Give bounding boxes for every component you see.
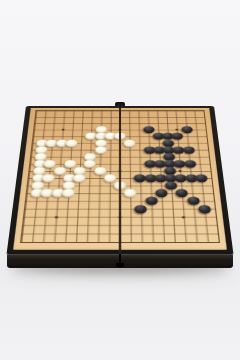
stone-white[interactable] — [44, 160, 57, 168]
stone-white[interactable] — [65, 139, 77, 146]
stone-black[interactable] — [181, 126, 193, 133]
stone-white[interactable] — [124, 139, 136, 146]
stone-white[interactable] — [62, 189, 75, 197]
hoshi-point — [61, 129, 64, 131]
stone-white[interactable] — [73, 174, 86, 182]
stone-white[interactable] — [42, 174, 55, 182]
photo-background — [0, 0, 240, 360]
stone-white[interactable] — [53, 167, 66, 175]
stone-black[interactable] — [198, 205, 211, 214]
stone-white[interactable] — [84, 160, 96, 168]
stone-black[interactable] — [187, 197, 200, 205]
stone-white[interactable] — [94, 146, 106, 153]
stone-black[interactable] — [155, 189, 168, 197]
hoshi-point — [176, 129, 179, 131]
stone-black[interactable] — [183, 160, 196, 168]
stone-white[interactable] — [94, 167, 106, 175]
stone-black[interactable] — [172, 133, 184, 140]
stone-black[interactable] — [145, 197, 158, 205]
stone-black[interactable] — [176, 189, 189, 197]
stone-white[interactable] — [124, 189, 136, 197]
stone-black[interactable] — [182, 146, 194, 153]
go-board — [6, 106, 233, 255]
stone-white[interactable] — [64, 160, 76, 168]
latch-icon — [116, 263, 124, 267]
hoshi-point — [182, 216, 186, 218]
stone-white[interactable] — [104, 174, 116, 182]
stone-black[interactable] — [165, 182, 178, 190]
hoshi-point — [54, 216, 58, 218]
hoshi-point — [179, 170, 182, 172]
stone-black[interactable] — [135, 205, 148, 214]
board-front-edge — [7, 254, 233, 268]
stone-black[interactable] — [143, 126, 155, 133]
stone-black[interactable] — [195, 174, 208, 182]
fold-seam — [119, 106, 121, 255]
